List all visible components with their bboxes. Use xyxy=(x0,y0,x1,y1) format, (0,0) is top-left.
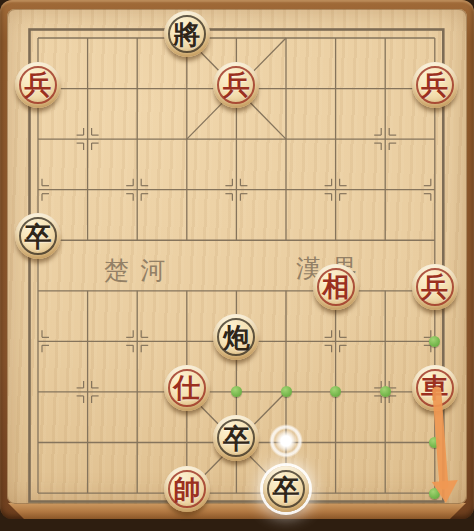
piece-glyph: 仕 xyxy=(173,374,200,401)
piece-glyph: 兵 xyxy=(421,273,448,300)
piece-glyph: 卒 xyxy=(223,425,250,452)
piece-black-soldier[interactable]: 卒 xyxy=(15,213,61,259)
pieces-layer: 將兵兵兵卒相兵炮仕車卒帥卒 xyxy=(0,0,474,531)
piece-glyph: 兵 xyxy=(421,71,448,98)
piece-glyph: 兵 xyxy=(25,71,52,98)
piece-glyph: 卒 xyxy=(273,476,300,503)
piece-glyph: 炮 xyxy=(223,324,250,351)
piece-black-general[interactable]: 將 xyxy=(164,11,210,57)
piece-red-elephant[interactable]: 相 xyxy=(313,264,359,310)
piece-black-cannon[interactable]: 炮 xyxy=(213,314,259,360)
piece-black-soldier[interactable]: 卒 xyxy=(263,466,309,512)
piece-black-soldier[interactable]: 卒 xyxy=(213,415,259,461)
piece-glyph: 將 xyxy=(173,21,200,48)
piece-glyph: 兵 xyxy=(223,71,250,98)
piece-glyph: 帥 xyxy=(173,476,200,503)
piece-glyph: 車 xyxy=(421,374,448,401)
piece-red-soldier[interactable]: 兵 xyxy=(412,264,458,310)
piece-glyph: 相 xyxy=(322,273,349,300)
piece-red-general[interactable]: 帥 xyxy=(164,466,210,512)
piece-red-chariot[interactable]: 車 xyxy=(412,365,458,411)
piece-red-soldier[interactable]: 兵 xyxy=(15,62,61,108)
xiangqi-app: 楚河 漢界 將兵兵兵卒相兵炮仕車卒帥卒 xyxy=(0,0,474,531)
piece-red-soldier[interactable]: 兵 xyxy=(412,62,458,108)
piece-red-soldier[interactable]: 兵 xyxy=(213,62,259,108)
piece-glyph: 卒 xyxy=(25,223,52,250)
piece-red-advisor[interactable]: 仕 xyxy=(164,365,210,411)
